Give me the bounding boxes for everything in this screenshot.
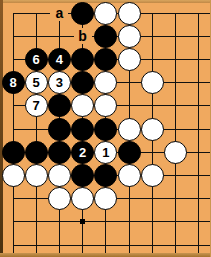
white-stone: [164, 141, 187, 164]
black-stone: [118, 141, 141, 164]
white-stone: [141, 118, 164, 141]
black-stone: [71, 48, 94, 71]
white-stone: [141, 164, 164, 187]
white-stone-move-3: 3: [48, 71, 71, 94]
star-point: [80, 219, 85, 224]
white-stone-move-5: 5: [25, 71, 48, 94]
black-stone: [71, 164, 94, 187]
white-stone: [141, 71, 164, 94]
white-stone: [94, 2, 117, 25]
board-edge-bottom: [0, 253, 211, 257]
white-stone: [25, 164, 48, 187]
white-stone: [118, 2, 141, 25]
grid-line-horizontal: [13, 221, 211, 222]
black-stone: [2, 141, 25, 164]
white-stone: [118, 48, 141, 71]
white-stone-move-1: 1: [94, 141, 117, 164]
black-stone: [94, 25, 117, 48]
black-stone-move-8: 8: [2, 71, 25, 94]
black-stone-move-6: 6: [25, 48, 48, 71]
grid-line-vertical: [198, 13, 199, 254]
grid-line-horizontal: [13, 245, 211, 246]
white-stone: [118, 118, 141, 141]
go-diagram: ab64853721: [0, 0, 211, 257]
black-stone-move-2: 2: [71, 141, 94, 164]
black-stone: [48, 118, 71, 141]
white-stone-move-7: 7: [25, 94, 48, 117]
board-edge-left: [0, 0, 3, 257]
grid-line-vertical: [175, 13, 176, 254]
black-stone: [71, 2, 94, 25]
board-edge-right: [210, 0, 211, 257]
white-stone: [48, 164, 71, 187]
black-stone: [71, 118, 94, 141]
white-stone: [118, 164, 141, 187]
black-stone: [94, 118, 117, 141]
white-stone: [2, 164, 25, 187]
point-label-b: b: [74, 28, 92, 44]
black-stone: [48, 141, 71, 164]
black-stone: [25, 141, 48, 164]
white-stone: [118, 25, 141, 48]
white-stone: [48, 187, 71, 210]
grid-line-vertical: [13, 13, 14, 254]
black-stone-move-4: 4: [48, 48, 71, 71]
point-label-a: a: [50, 5, 68, 21]
